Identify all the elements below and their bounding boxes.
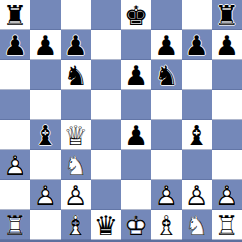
black-king-piece: ♚: [121, 0, 151, 30]
square-c1[interactable]: ♝♗: [61, 210, 91, 240]
white-king-fill: ♚: [121, 210, 151, 240]
square-b2[interactable]: ♟♙: [30, 180, 60, 210]
white-pawn-fill: ♟: [182, 180, 212, 210]
square-a8[interactable]: ♜: [0, 0, 30, 30]
white-knight-piece: ♘: [182, 210, 212, 240]
square-e2[interactable]: [121, 180, 151, 210]
square-h3[interactable]: [212, 150, 242, 180]
square-f5[interactable]: [151, 90, 181, 120]
square-a6[interactable]: [0, 60, 30, 90]
white-pawn-piece: ♙: [0, 150, 30, 180]
square-a7[interactable]: ♟: [0, 30, 30, 60]
square-g8[interactable]: [182, 0, 212, 30]
square-g6[interactable]: [182, 60, 212, 90]
white-pawn-fill: ♟: [61, 180, 91, 210]
white-bishop-fill: ♝: [151, 210, 181, 240]
square-e7[interactable]: [121, 30, 151, 60]
square-h4[interactable]: [212, 120, 242, 150]
square-b6[interactable]: [30, 60, 60, 90]
square-h8[interactable]: ♜: [212, 0, 242, 30]
square-h6[interactable]: [212, 60, 242, 90]
board-grid: ♜♚♜♟♟♟♟♟♟♞♟♞♝♛♕♟♝♟♙♞♘♟♙♟♙♟♙♟♙♟♙♜♖♝♗♛♚♔♝♗…: [0, 0, 242, 240]
square-e6[interactable]: ♟: [121, 60, 151, 90]
white-knight-fill: ♞: [61, 150, 91, 180]
white-pawn-fill: ♟: [212, 180, 242, 210]
black-pawn-piece: ♟: [121, 120, 151, 150]
square-f3[interactable]: [151, 150, 181, 180]
square-g7[interactable]: ♟: [182, 30, 212, 60]
square-f8[interactable]: [151, 0, 181, 30]
square-c6[interactable]: ♞: [61, 60, 91, 90]
white-bishop-piece: ♗: [151, 210, 181, 240]
square-a2[interactable]: [0, 180, 30, 210]
black-queen-piece: ♛: [91, 210, 121, 240]
white-pawn-piece: ♙: [182, 180, 212, 210]
square-e3[interactable]: [121, 150, 151, 180]
black-rook-piece: ♜: [212, 0, 242, 30]
black-pawn-piece: ♟: [30, 30, 60, 60]
white-queen-piece: ♕: [61, 120, 91, 150]
square-b4[interactable]: ♝: [30, 120, 60, 150]
white-pawn-piece: ♙: [30, 180, 60, 210]
square-g2[interactable]: ♟♙: [182, 180, 212, 210]
black-pawn-piece: ♟: [151, 30, 181, 60]
white-knight-piece: ♘: [61, 150, 91, 180]
square-c2[interactable]: ♟♙: [61, 180, 91, 210]
square-c3[interactable]: ♞♘: [61, 150, 91, 180]
square-g1[interactable]: ♞♘: [182, 210, 212, 240]
square-b3[interactable]: [30, 150, 60, 180]
white-pawn-piece: ♙: [151, 180, 181, 210]
chess-board: ♜♚♜♟♟♟♟♟♟♞♟♞♝♛♕♟♝♟♙♞♘♟♙♟♙♟♙♟♙♟♙♜♖♝♗♛♚♔♝♗…: [0, 0, 242, 242]
square-d6[interactable]: [91, 60, 121, 90]
square-f1[interactable]: ♝♗: [151, 210, 181, 240]
square-a3[interactable]: ♟♙: [0, 150, 30, 180]
white-pawn-piece: ♙: [61, 180, 91, 210]
square-d1[interactable]: ♛: [91, 210, 121, 240]
square-d8[interactable]: [91, 0, 121, 30]
white-rook-piece: ♖: [0, 210, 30, 240]
black-knight-piece: ♞: [61, 60, 91, 90]
square-g3[interactable]: [182, 150, 212, 180]
square-d4[interactable]: [91, 120, 121, 150]
square-g5[interactable]: [182, 90, 212, 120]
white-bishop-piece: ♗: [61, 210, 91, 240]
black-pawn-piece: ♟: [121, 60, 151, 90]
square-a4[interactable]: [0, 120, 30, 150]
white-knight-fill: ♞: [182, 210, 212, 240]
square-d3[interactable]: [91, 150, 121, 180]
square-f2[interactable]: ♟♙: [151, 180, 181, 210]
black-pawn-piece: ♟: [61, 30, 91, 60]
white-pawn-piece: ♙: [212, 180, 242, 210]
square-d5[interactable]: [91, 90, 121, 120]
square-f4[interactable]: [151, 120, 181, 150]
black-pawn-piece: ♟: [212, 30, 242, 60]
square-c4[interactable]: ♛♕: [61, 120, 91, 150]
square-f7[interactable]: ♟: [151, 30, 181, 60]
white-king-piece: ♔: [121, 210, 151, 240]
square-d7[interactable]: [91, 30, 121, 60]
square-c5[interactable]: [61, 90, 91, 120]
square-b5[interactable]: [30, 90, 60, 120]
square-f6[interactable]: ♞: [151, 60, 181, 90]
black-rook-piece: ♜: [0, 0, 30, 30]
white-pawn-fill: ♟: [30, 180, 60, 210]
square-h7[interactable]: ♟: [212, 30, 242, 60]
square-e1[interactable]: ♚♔: [121, 210, 151, 240]
square-a5[interactable]: [0, 90, 30, 120]
black-bishop-piece: ♝: [30, 120, 60, 150]
white-pawn-fill: ♟: [151, 180, 181, 210]
square-e8[interactable]: ♚: [121, 0, 151, 30]
black-pawn-piece: ♟: [182, 30, 212, 60]
square-h2[interactable]: ♟♙: [212, 180, 242, 210]
square-c8[interactable]: [61, 0, 91, 30]
white-pawn-fill: ♟: [0, 150, 30, 180]
square-g4[interactable]: ♝: [182, 120, 212, 150]
square-e5[interactable]: [121, 90, 151, 120]
white-rook-fill: ♜: [0, 210, 30, 240]
square-c7[interactable]: ♟: [61, 30, 91, 60]
black-knight-piece: ♞: [151, 60, 181, 90]
white-rook-piece: ♖: [212, 210, 242, 240]
white-queen-fill: ♛: [61, 120, 91, 150]
black-pawn-piece: ♟: [0, 30, 30, 60]
square-b8[interactable]: [30, 0, 60, 30]
square-e4[interactable]: ♟: [121, 120, 151, 150]
square-b7[interactable]: ♟: [30, 30, 60, 60]
square-a1[interactable]: ♜♖: [0, 210, 30, 240]
square-b1[interactable]: [30, 210, 60, 240]
white-rook-fill: ♜: [212, 210, 242, 240]
square-d2[interactable]: [91, 180, 121, 210]
square-h1[interactable]: ♜♖: [212, 210, 242, 240]
white-bishop-fill: ♝: [61, 210, 91, 240]
black-bishop-piece: ♝: [182, 120, 212, 150]
square-h5[interactable]: [212, 90, 242, 120]
